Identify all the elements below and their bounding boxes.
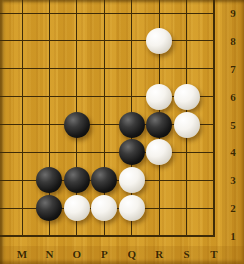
white-stone-R6 bbox=[146, 84, 172, 110]
black-stone-N2 bbox=[36, 195, 62, 221]
column-label-S: S bbox=[184, 248, 190, 260]
row-label-8: 8 bbox=[230, 35, 236, 47]
white-stone-O2 bbox=[64, 195, 90, 221]
grid-line-row-7 bbox=[0, 68, 215, 69]
black-stone-N3 bbox=[36, 167, 62, 193]
white-stone-Q2 bbox=[119, 195, 145, 221]
black-stone-Q4 bbox=[119, 139, 145, 165]
row-label-1: 1 bbox=[230, 230, 236, 242]
column-label-M: M bbox=[17, 248, 27, 260]
column-label-R: R bbox=[155, 248, 163, 260]
column-label-T: T bbox=[210, 248, 217, 260]
row-label-6: 6 bbox=[230, 91, 236, 103]
white-stone-Q3 bbox=[119, 167, 145, 193]
white-stone-S5 bbox=[174, 112, 200, 138]
grid-line-row-9 bbox=[0, 13, 215, 14]
row-label-3: 3 bbox=[230, 174, 236, 186]
row-label-7: 7 bbox=[230, 63, 236, 75]
white-stone-P2 bbox=[91, 195, 117, 221]
row-label-2: 2 bbox=[230, 202, 236, 214]
row-label-5: 5 bbox=[230, 119, 236, 131]
black-stone-Q5 bbox=[119, 112, 145, 138]
black-stone-O5 bbox=[64, 112, 90, 138]
black-stone-R5 bbox=[146, 112, 172, 138]
go-board[interactable]: MNOPQRST987654321 bbox=[0, 0, 244, 264]
grid-line-col-T bbox=[213, 0, 215, 237]
column-label-P: P bbox=[101, 248, 108, 260]
bottom-coordinate-gutter bbox=[0, 246, 244, 264]
row-label-9: 9 bbox=[230, 7, 236, 19]
grid-line-row-4 bbox=[0, 152, 215, 153]
grid-line-row-1 bbox=[0, 235, 215, 237]
row-label-4: 4 bbox=[230, 146, 236, 158]
grid-line-row-8 bbox=[0, 40, 215, 41]
column-label-Q: Q bbox=[127, 248, 136, 260]
white-stone-S6 bbox=[174, 84, 200, 110]
black-stone-P3 bbox=[91, 167, 117, 193]
column-label-N: N bbox=[45, 248, 53, 260]
white-stone-R4 bbox=[146, 139, 172, 165]
white-stone-R8 bbox=[146, 28, 172, 54]
column-label-O: O bbox=[73, 248, 82, 260]
black-stone-O3 bbox=[64, 167, 90, 193]
grid-line-col-M bbox=[22, 0, 23, 237]
